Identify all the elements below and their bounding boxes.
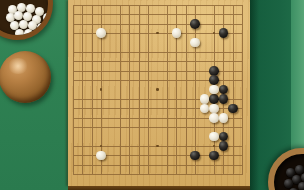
bowl-white-stone — [19, 20, 28, 29]
black-stone — [219, 141, 229, 151]
bowl-black-stone — [298, 182, 304, 190]
white-stone — [96, 28, 106, 38]
black-stone — [190, 151, 200, 161]
white-stone — [209, 104, 219, 114]
bowl-white-stone — [14, 11, 23, 20]
board-shadow — [250, 0, 259, 190]
bowl-white-stone — [15, 29, 24, 38]
white-stone — [172, 28, 182, 38]
bowl-white-stone — [24, 29, 33, 38]
white-stone — [209, 85, 219, 95]
white-stone — [200, 94, 210, 104]
table-scene — [0, 0, 304, 190]
white-stone — [96, 151, 106, 161]
white-stone — [209, 132, 219, 142]
white-stone — [209, 113, 219, 123]
bowl-black-stone — [284, 179, 293, 188]
black-stone — [219, 28, 229, 38]
go-board[interactable] — [68, 0, 250, 186]
black-stone — [219, 94, 229, 104]
black-stone — [209, 75, 219, 85]
bowl-lid — [0, 51, 51, 103]
black-stone — [190, 19, 200, 29]
black-stone — [209, 66, 219, 76]
white-stone — [219, 113, 229, 123]
board-side-edge — [68, 186, 250, 190]
black-stone — [209, 94, 219, 104]
star-point — [156, 88, 159, 91]
lid-highlight — [7, 58, 29, 74]
black-stone — [209, 151, 219, 161]
bowl-black-stone — [289, 188, 298, 190]
bowl-black-stone — [301, 173, 304, 182]
black-stone — [228, 104, 238, 114]
